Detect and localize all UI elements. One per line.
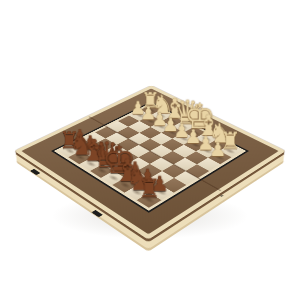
product-photo-scene: ♜♞♝♛♚♝♞♜♟♟♟♟♟♟♟♟♟♟♟♟♟♟♟♟♜♞♝♛♚♝♞♜ — [0, 0, 300, 300]
piece-white-bishop: ♝ — [162, 95, 177, 122]
square-h6 — [162, 178, 187, 193]
piece-white-queen: ♛ — [173, 96, 189, 128]
square-h2: ♟ — [208, 151, 231, 164]
board-grid: ♜♞♝♛♚♝♞♜♟♟♟♟♟♟♟♟♟♟♟♟♟♟♟♟♜♞♝♛♚♝♞♜ — [58, 105, 242, 208]
piece-white-bishop: ♝ — [196, 112, 212, 140]
piece-white-rook: ♜ — [220, 129, 236, 152]
piece-white-knight: ♞ — [151, 91, 166, 116]
square-a7: ♟ — [71, 139, 94, 151]
square-f1: ♝ — [195, 133, 217, 145]
piece-black-rook: ♜ — [59, 129, 75, 152]
square-c7: ♟ — [92, 151, 115, 164]
square-f8: ♝ — [113, 178, 138, 193]
piece-white-knight: ♞ — [208, 119, 224, 146]
piece-white-rook: ♜ — [141, 90, 156, 111]
square-h1: ♜ — [219, 145, 242, 158]
